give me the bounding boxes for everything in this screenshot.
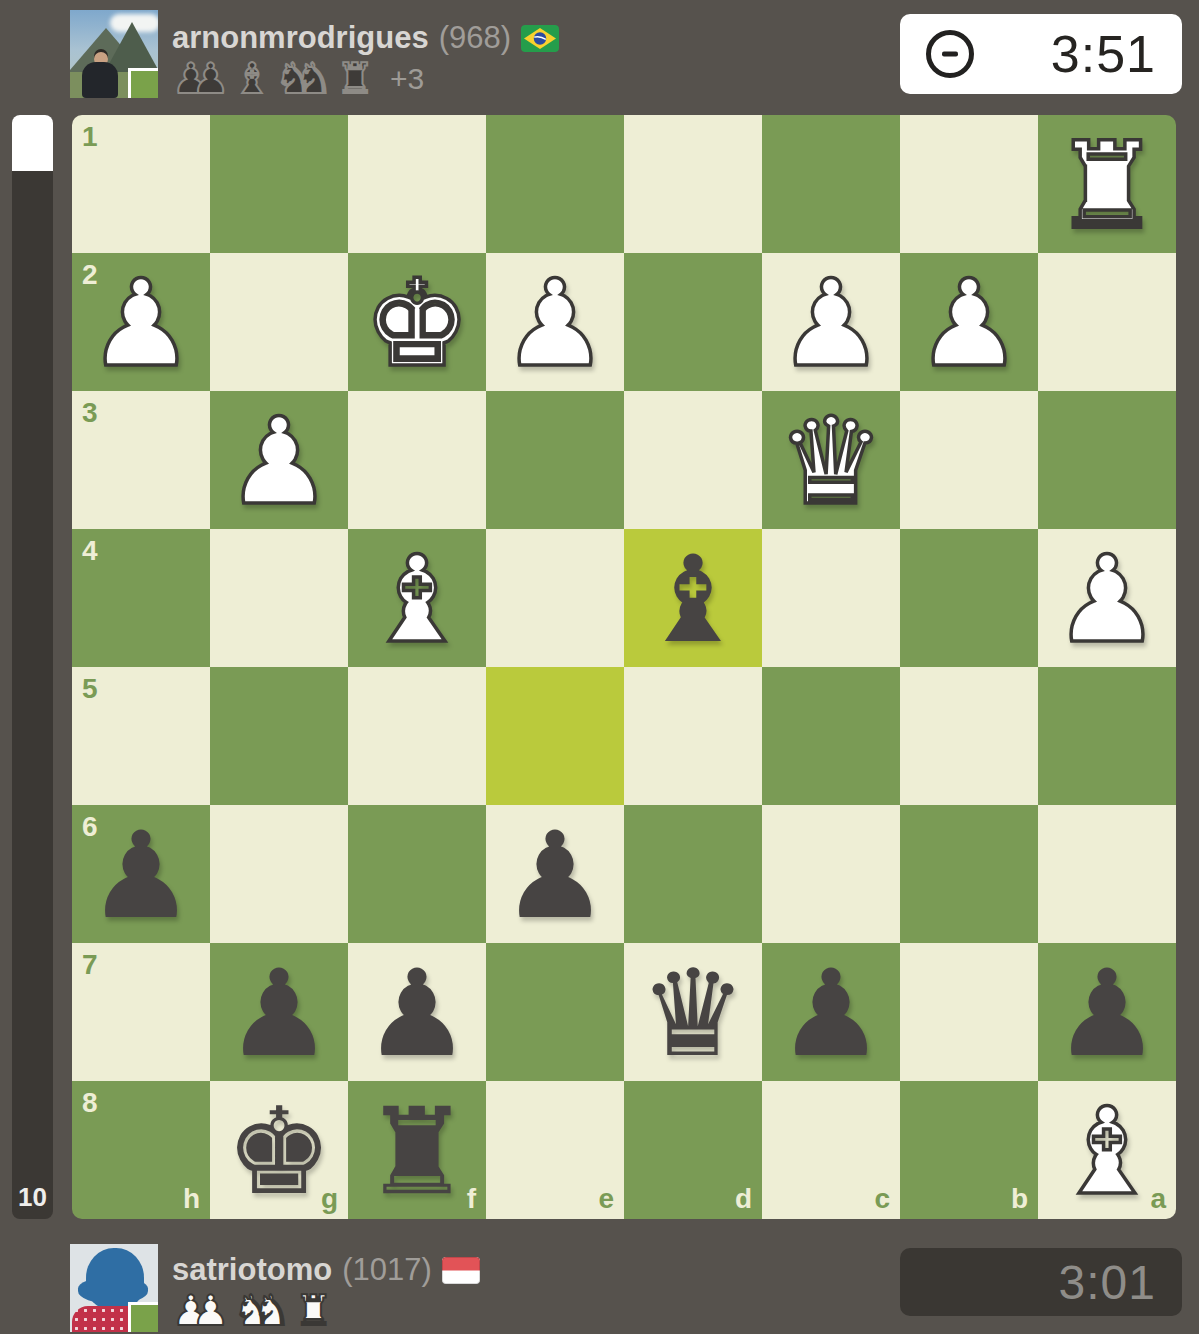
square-e4[interactable] (486, 529, 624, 667)
file-label-d: d (735, 1185, 752, 1213)
piece-wP-h2[interactable]: ♟ (87, 264, 195, 384)
square-d4[interactable]: ♝ (624, 529, 762, 667)
square-b1[interactable] (900, 115, 1038, 253)
piece-wP-c2[interactable]: ♟ (777, 264, 885, 384)
square-e5[interactable] (486, 667, 624, 805)
piece-bP-g7[interactable]: ♟ (225, 954, 333, 1074)
square-h2[interactable]: 2♟ (72, 253, 210, 391)
piece-wP-a4[interactable]: ♟ (1053, 540, 1161, 660)
square-a4[interactable]: ♟ (1038, 529, 1176, 667)
square-b2[interactable]: ♟ (900, 253, 1038, 391)
piece-wB-f4[interactable]: ♝ (363, 540, 471, 660)
eval-bar-value: 10 (12, 1182, 53, 1213)
captured-black-pieces: ♟♟♝♞♞♜ (172, 58, 378, 100)
square-f3[interactable] (348, 391, 486, 529)
square-c2[interactable]: ♟ (762, 253, 900, 391)
square-f4[interactable]: ♝ (348, 529, 486, 667)
online-status-badge (128, 1302, 158, 1332)
top-player-captured-row: ♟♟♝♞♞♜ +3 (172, 56, 424, 100)
top-player-avatar[interactable] (70, 10, 158, 98)
online-status-badge (128, 68, 158, 98)
square-e8[interactable]: e (486, 1081, 624, 1219)
square-e2[interactable]: ♟ (486, 253, 624, 391)
piece-bP-h6[interactable]: ♟ (87, 816, 195, 936)
piece-wP-b2[interactable]: ♟ (915, 264, 1023, 384)
square-e1[interactable] (486, 115, 624, 253)
piece-bK-g8[interactable]: ♚ (225, 1092, 333, 1212)
brazil-flag (521, 25, 559, 52)
file-label-e: e (598, 1185, 614, 1213)
square-g3[interactable]: ♟ (210, 391, 348, 529)
square-f5[interactable] (348, 667, 486, 805)
piece-wB-a8[interactable]: ♝ (1053, 1092, 1161, 1212)
piece-bQ-d7[interactable]: ♛ (639, 954, 747, 1074)
captured-piece-icon: ♞ (253, 1286, 291, 1334)
square-h4[interactable]: 4 (72, 529, 210, 667)
square-h8[interactable]: 8h (72, 1081, 210, 1219)
indonesia-flag (442, 1257, 480, 1284)
square-d3[interactable] (624, 391, 762, 529)
minus-circle-icon (926, 30, 974, 78)
square-c7[interactable]: ♟ (762, 943, 900, 1081)
bottom-player-avatar[interactable] (70, 1244, 158, 1332)
rank-label-7: 7 (82, 951, 98, 979)
square-e6[interactable]: ♟ (486, 805, 624, 943)
top-player-clock: 3:51 (900, 14, 1182, 94)
file-label-h: h (183, 1185, 200, 1213)
square-c6[interactable] (762, 805, 900, 943)
square-f1[interactable] (348, 115, 486, 253)
square-b3[interactable] (900, 391, 1038, 529)
top-player-name[interactable]: arnonmrodrigues (172, 20, 429, 56)
top-player-info[interactable]: arnonmrodrigues (968) (172, 20, 559, 56)
square-g5[interactable] (210, 667, 348, 805)
square-d8[interactable]: d (624, 1081, 762, 1219)
piece-wP-g3[interactable]: ♟ (225, 402, 333, 522)
rank-label-8: 8 (82, 1089, 98, 1117)
top-clock-time: 3:51 (974, 24, 1182, 84)
bottom-player-info[interactable]: satriotomo (1017) (172, 1252, 480, 1288)
file-label-b: b (1011, 1185, 1028, 1213)
piece-bR-f8[interactable]: ♜ (363, 1092, 471, 1212)
square-g1[interactable] (210, 115, 348, 253)
square-b8[interactable]: b (900, 1081, 1038, 1219)
square-f8[interactable]: f♜ (348, 1081, 486, 1219)
square-f2[interactable]: ♚ (348, 253, 486, 391)
square-g6[interactable] (210, 805, 348, 943)
piece-bP-e6[interactable]: ♟ (501, 816, 609, 936)
square-a6[interactable] (1038, 805, 1176, 943)
captured-white-pieces: ♟♟♞♞♜ (172, 1290, 336, 1332)
square-e3[interactable] (486, 391, 624, 529)
square-h5[interactable]: 5 (72, 667, 210, 805)
square-e7[interactable] (486, 943, 624, 1081)
piece-bB-d4[interactable]: ♝ (639, 540, 747, 660)
square-d2[interactable] (624, 253, 762, 391)
rank-label-1: 1 (82, 123, 98, 151)
square-h1[interactable]: 1 (72, 115, 210, 253)
square-d1[interactable] (624, 115, 762, 253)
square-c1[interactable] (762, 115, 900, 253)
material-advantage: +3 (390, 62, 424, 96)
bottom-player-captured-row: ♟♟♞♞♜ (172, 1288, 336, 1332)
captured-piece-icon: ♟ (192, 54, 230, 103)
eval-bar-white (12, 115, 53, 171)
captured-piece-icon: ♞ (295, 54, 333, 103)
evaluation-bar: 10 (12, 115, 53, 1219)
chess-board[interactable]: 1♜2♟♚♟♟♟3♟♛4♝♝♟56♟♟7♟♟♛♟♟8hg♚f♜edcba♝ (72, 115, 1176, 1219)
avatar-photo-person (82, 62, 118, 98)
file-label-c: c (874, 1185, 890, 1213)
square-c3[interactable]: ♛ (762, 391, 900, 529)
rank-label-5: 5 (82, 675, 98, 703)
square-b4[interactable] (900, 529, 1038, 667)
square-f6[interactable] (348, 805, 486, 943)
captured-piece-icon: ♜ (295, 1286, 333, 1334)
square-a2[interactable] (1038, 253, 1176, 391)
bottom-player-rating: (1017) (342, 1252, 432, 1288)
captured-piece-icon: ♝ (233, 54, 271, 103)
square-d6[interactable] (624, 805, 762, 943)
square-b6[interactable] (900, 805, 1038, 943)
square-h7[interactable]: 7 (72, 943, 210, 1081)
square-a5[interactable] (1038, 667, 1176, 805)
square-h3[interactable]: 3 (72, 391, 210, 529)
square-a7[interactable]: ♟ (1038, 943, 1176, 1081)
square-d5[interactable] (624, 667, 762, 805)
square-g7[interactable]: ♟ (210, 943, 348, 1081)
piece-bP-a7[interactable]: ♟ (1053, 954, 1161, 1074)
square-c4[interactable] (762, 529, 900, 667)
square-f7[interactable]: ♟ (348, 943, 486, 1081)
captured-piece-icon: ♜ (336, 54, 374, 103)
square-b7[interactable] (900, 943, 1038, 1081)
square-a8[interactable]: a♝ (1038, 1081, 1176, 1219)
square-a3[interactable] (1038, 391, 1176, 529)
piece-wK-f2[interactable]: ♚ (363, 264, 471, 384)
square-d7[interactable]: ♛ (624, 943, 762, 1081)
bottom-player-name[interactable]: satriotomo (172, 1252, 332, 1288)
square-a1[interactable]: ♜ (1038, 115, 1176, 253)
piece-wP-e2[interactable]: ♟ (501, 264, 609, 384)
bottom-clock-time: 3:01 (900, 1255, 1182, 1310)
bottom-player-clock: 3:01 (900, 1248, 1182, 1316)
piece-bP-f7[interactable]: ♟ (363, 954, 471, 1074)
piece-wR-a1[interactable]: ♜ (1053, 126, 1161, 246)
captured-piece-icon: ♟ (192, 1286, 230, 1334)
rank-label-3: 3 (82, 399, 98, 427)
square-b5[interactable] (900, 667, 1038, 805)
piece-bP-c7[interactable]: ♟ (777, 954, 885, 1074)
square-g4[interactable] (210, 529, 348, 667)
top-player-rating: (968) (439, 20, 511, 56)
square-c8[interactable]: c (762, 1081, 900, 1219)
square-c5[interactable] (762, 667, 900, 805)
square-g2[interactable] (210, 253, 348, 391)
rank-label-4: 4 (82, 537, 98, 565)
avatar-head (86, 1248, 144, 1310)
square-g8[interactable]: g♚ (210, 1081, 348, 1219)
piece-wQ-c3[interactable]: ♛ (777, 402, 885, 522)
square-h6[interactable]: 6♟ (72, 805, 210, 943)
